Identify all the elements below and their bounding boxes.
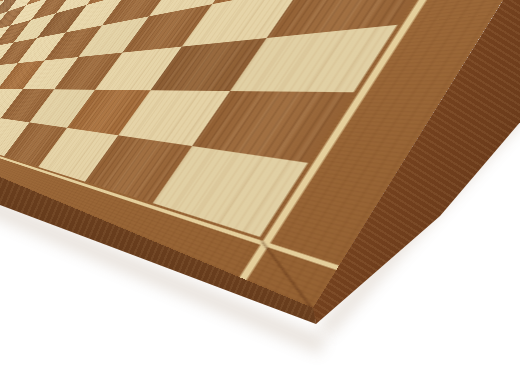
product-photo-stage [0, 0, 520, 390]
